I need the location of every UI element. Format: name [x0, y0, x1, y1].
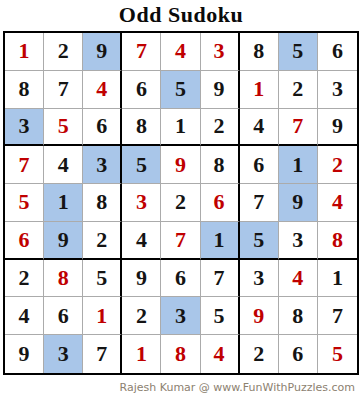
- sudoku-cell-r3c6[interactable]: 2: [201, 109, 240, 147]
- sudoku-cell-r7c8[interactable]: 4: [279, 260, 318, 298]
- sudoku-cell-r7c7[interactable]: 3: [240, 260, 279, 298]
- sudoku-cell-r5c6[interactable]: 6: [201, 184, 240, 222]
- sudoku-cell-r6c6[interactable]: 1: [201, 222, 240, 260]
- credit-line: Rajesh Kumar @ www.FunWithPuzzles.com: [0, 375, 362, 394]
- sudoku-cell-r7c2[interactable]: 8: [44, 260, 83, 298]
- sudoku-board: 1297438568746591233568124797435986125183…: [3, 31, 359, 375]
- sudoku-cell-r8c2[interactable]: 6: [44, 297, 83, 335]
- sudoku-cell-r5c5[interactable]: 2: [161, 184, 200, 222]
- sudoku-cell-r6c1[interactable]: 6: [5, 222, 44, 260]
- sudoku-cell-r6c2[interactable]: 9: [44, 222, 83, 260]
- sudoku-cell-r5c8[interactable]: 9: [279, 184, 318, 222]
- sudoku-cell-r3c8[interactable]: 7: [279, 109, 318, 147]
- sudoku-cell-r8c3[interactable]: 1: [83, 297, 122, 335]
- sudoku-cell-r8c5[interactable]: 3: [161, 297, 200, 335]
- sudoku-cell-r2c8[interactable]: 2: [279, 71, 318, 109]
- sudoku-cell-r3c4[interactable]: 8: [122, 109, 161, 147]
- sudoku-cell-r2c5[interactable]: 5: [161, 71, 200, 109]
- sudoku-cell-r2c9[interactable]: 3: [318, 71, 357, 109]
- sudoku-cell-r3c7[interactable]: 4: [240, 109, 279, 147]
- sudoku-cell-r1c6[interactable]: 3: [201, 33, 240, 71]
- sudoku-cell-r2c2[interactable]: 7: [44, 71, 83, 109]
- sudoku-cell-r4c2[interactable]: 4: [44, 146, 83, 184]
- sudoku-cell-r2c1[interactable]: 8: [5, 71, 44, 109]
- sudoku-cell-r8c8[interactable]: 8: [279, 297, 318, 335]
- sudoku-cell-r4c4[interactable]: 5: [122, 146, 161, 184]
- sudoku-cell-r3c3[interactable]: 6: [83, 109, 122, 147]
- sudoku-cell-r3c2[interactable]: 5: [44, 109, 83, 147]
- sudoku-cell-r9c9[interactable]: 5: [318, 335, 357, 373]
- sudoku-cell-r6c3[interactable]: 2: [83, 222, 122, 260]
- sudoku-cell-r9c5[interactable]: 8: [161, 335, 200, 373]
- sudoku-cell-r6c8[interactable]: 3: [279, 222, 318, 260]
- sudoku-cell-r2c7[interactable]: 1: [240, 71, 279, 109]
- sudoku-cell-r8c7[interactable]: 9: [240, 297, 279, 335]
- sudoku-cell-r4c6[interactable]: 8: [201, 146, 240, 184]
- sudoku-cell-r3c1[interactable]: 3: [5, 109, 44, 147]
- sudoku-cell-r4c7[interactable]: 6: [240, 146, 279, 184]
- sudoku-cell-r1c7[interactable]: 8: [240, 33, 279, 71]
- sudoku-cell-r7c5[interactable]: 6: [161, 260, 200, 298]
- sudoku-cell-r4c5[interactable]: 9: [161, 146, 200, 184]
- sudoku-cell-r8c6[interactable]: 5: [201, 297, 240, 335]
- sudoku-cell-r8c4[interactable]: 2: [122, 297, 161, 335]
- sudoku-cell-r1c8[interactable]: 5: [279, 33, 318, 71]
- sudoku-cell-r4c8[interactable]: 1: [279, 146, 318, 184]
- sudoku-cell-r7c3[interactable]: 5: [83, 260, 122, 298]
- sudoku-cell-r1c3[interactable]: 9: [83, 33, 122, 71]
- sudoku-cell-r9c7[interactable]: 2: [240, 335, 279, 373]
- sudoku-cell-r5c9[interactable]: 4: [318, 184, 357, 222]
- sudoku-cell-r1c2[interactable]: 2: [44, 33, 83, 71]
- sudoku-cell-r7c1[interactable]: 2: [5, 260, 44, 298]
- page-title: Odd Sudoku: [0, 0, 362, 31]
- sudoku-cell-r2c6[interactable]: 9: [201, 71, 240, 109]
- sudoku-cell-r5c7[interactable]: 7: [240, 184, 279, 222]
- sudoku-cell-r7c6[interactable]: 7: [201, 260, 240, 298]
- sudoku-cell-r3c9[interactable]: 9: [318, 109, 357, 147]
- sudoku-cell-r2c4[interactable]: 6: [122, 71, 161, 109]
- sudoku-cell-r9c1[interactable]: 9: [5, 335, 44, 373]
- sudoku-cell-r4c9[interactable]: 2: [318, 146, 357, 184]
- sudoku-cell-r9c6[interactable]: 4: [201, 335, 240, 373]
- sudoku-cell-r1c1[interactable]: 1: [5, 33, 44, 71]
- sudoku-cell-r4c3[interactable]: 3: [83, 146, 122, 184]
- sudoku-cell-r1c5[interactable]: 4: [161, 33, 200, 71]
- sudoku-cell-r4c1[interactable]: 7: [5, 146, 44, 184]
- sudoku-cell-r6c7[interactable]: 5: [240, 222, 279, 260]
- sudoku-cell-r6c4[interactable]: 4: [122, 222, 161, 260]
- sudoku-cell-r9c2[interactable]: 3: [44, 335, 83, 373]
- sudoku-cell-r5c2[interactable]: 1: [44, 184, 83, 222]
- sudoku-cell-r9c8[interactable]: 6: [279, 335, 318, 373]
- sudoku-cell-r9c4[interactable]: 1: [122, 335, 161, 373]
- sudoku-cell-r7c9[interactable]: 1: [318, 260, 357, 298]
- sudoku-cell-r1c4[interactable]: 7: [122, 33, 161, 71]
- sudoku-cell-r2c3[interactable]: 4: [83, 71, 122, 109]
- sudoku-cell-r8c1[interactable]: 4: [5, 297, 44, 335]
- sudoku-cell-r8c9[interactable]: 7: [318, 297, 357, 335]
- sudoku-cell-r6c5[interactable]: 7: [161, 222, 200, 260]
- sudoku-cell-r3c5[interactable]: 1: [161, 109, 200, 147]
- sudoku-cell-r5c4[interactable]: 3: [122, 184, 161, 222]
- sudoku-cell-r6c9[interactable]: 8: [318, 222, 357, 260]
- sudoku-cell-r1c9[interactable]: 6: [318, 33, 357, 71]
- sudoku-cell-r5c1[interactable]: 5: [5, 184, 44, 222]
- sudoku-cell-r7c4[interactable]: 9: [122, 260, 161, 298]
- sudoku-cell-r5c3[interactable]: 8: [83, 184, 122, 222]
- sudoku-cell-r9c3[interactable]: 7: [83, 335, 122, 373]
